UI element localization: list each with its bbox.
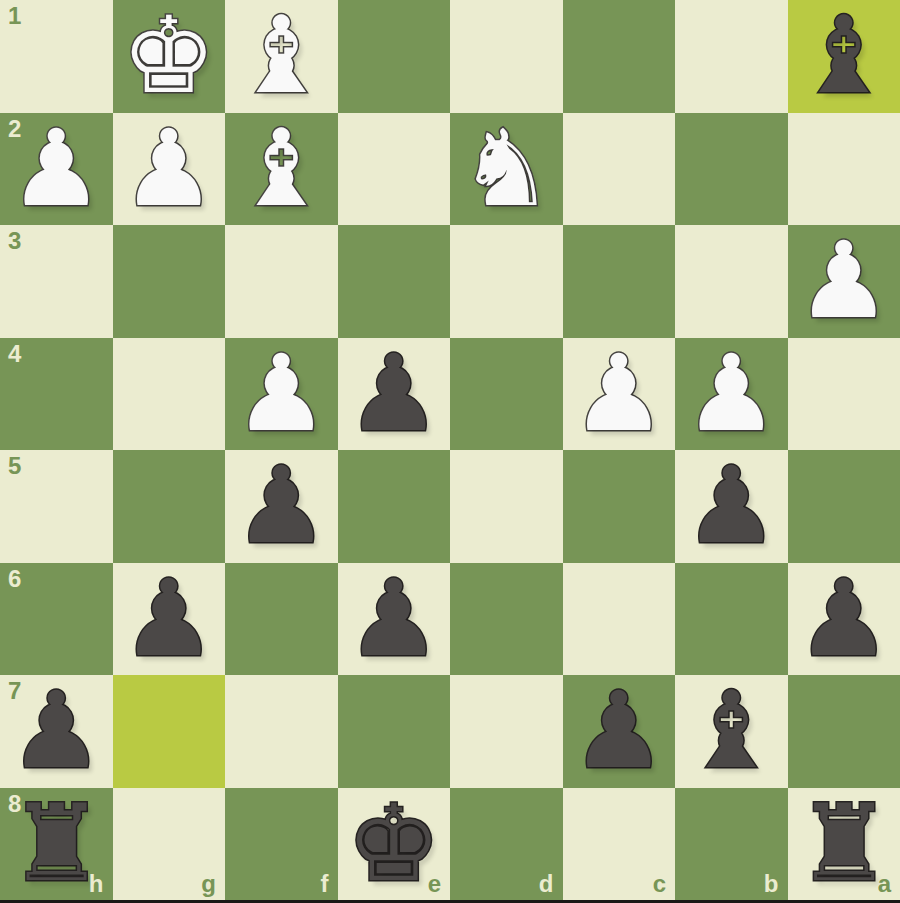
square-g5[interactable] — [113, 450, 226, 563]
square-b8[interactable]: b — [675, 788, 788, 901]
square-a7[interactable] — [788, 675, 900, 788]
square-e5[interactable] — [338, 450, 451, 563]
square-g8[interactable]: g — [113, 788, 226, 901]
white-pawn[interactable]: ♟ — [684, 341, 779, 447]
square-g3[interactable] — [113, 225, 226, 338]
square-h1[interactable]: 1 — [0, 0, 113, 113]
square-c8[interactable]: c — [563, 788, 676, 901]
square-a4[interactable] — [788, 338, 900, 451]
black-bishop[interactable]: ♝ — [684, 678, 779, 784]
square-g4[interactable] — [113, 338, 226, 451]
square-b4[interactable]: ♟ — [675, 338, 788, 451]
square-a1[interactable]: ♝ — [788, 0, 900, 113]
square-e6[interactable]: ♟ — [338, 563, 451, 676]
square-f3[interactable] — [225, 225, 338, 338]
white-bishop[interactable]: ♝ — [234, 3, 329, 109]
white-pawn[interactable]: ♟ — [121, 116, 216, 222]
square-h5[interactable]: 5 — [0, 450, 113, 563]
square-e2[interactable] — [338, 113, 451, 226]
square-d8[interactable]: d — [450, 788, 563, 901]
file-label-e: e — [428, 872, 441, 896]
rank-label-7: 7 — [8, 679, 21, 703]
square-d6[interactable] — [450, 563, 563, 676]
square-a5[interactable] — [788, 450, 900, 563]
white-pawn[interactable]: ♟ — [234, 341, 329, 447]
rank-label-4: 4 — [8, 342, 21, 366]
square-d7[interactable] — [450, 675, 563, 788]
white-king[interactable]: ♚ — [121, 3, 216, 109]
black-pawn[interactable]: ♟ — [571, 678, 666, 784]
square-d5[interactable] — [450, 450, 563, 563]
file-label-b: b — [764, 872, 779, 896]
square-f4[interactable]: ♟ — [225, 338, 338, 451]
file-label-h: h — [89, 872, 104, 896]
square-g7[interactable] — [113, 675, 226, 788]
black-pawn[interactable]: ♟ — [684, 453, 779, 559]
square-b5[interactable]: ♟ — [675, 450, 788, 563]
rank-label-2: 2 — [8, 117, 21, 141]
square-d2[interactable]: ♞ — [450, 113, 563, 226]
black-pawn[interactable]: ♟ — [346, 566, 441, 672]
square-f7[interactable] — [225, 675, 338, 788]
square-c6[interactable] — [563, 563, 676, 676]
square-h4[interactable]: 4 — [0, 338, 113, 451]
square-b1[interactable] — [675, 0, 788, 113]
chess-board: 1♚♝♝2♟♟♝♞3♟4♟♟♟♟5♟♟6♟♟♟7♟♟♝8h♜gfe♚dcba♜ — [0, 0, 900, 900]
square-c3[interactable] — [563, 225, 676, 338]
square-d3[interactable] — [450, 225, 563, 338]
square-d1[interactable] — [450, 0, 563, 113]
square-c4[interactable]: ♟ — [563, 338, 676, 451]
file-label-d: d — [539, 872, 554, 896]
square-b3[interactable] — [675, 225, 788, 338]
file-label-f: f — [321, 872, 329, 896]
square-f1[interactable]: ♝ — [225, 0, 338, 113]
square-e7[interactable] — [338, 675, 451, 788]
square-h8[interactable]: 8h♜ — [0, 788, 113, 901]
square-a2[interactable] — [788, 113, 900, 226]
rank-label-1: 1 — [8, 4, 21, 28]
white-pawn[interactable]: ♟ — [9, 116, 104, 222]
white-knight[interactable]: ♞ — [459, 116, 554, 222]
rank-label-6: 6 — [8, 567, 21, 591]
black-pawn[interactable]: ♟ — [346, 341, 441, 447]
square-h2[interactable]: 2♟ — [0, 113, 113, 226]
square-c2[interactable] — [563, 113, 676, 226]
black-pawn[interactable]: ♟ — [121, 566, 216, 672]
file-label-a: a — [878, 872, 891, 896]
white-bishop[interactable]: ♝ — [234, 116, 329, 222]
black-bishop[interactable]: ♝ — [796, 3, 891, 109]
square-h6[interactable]: 6 — [0, 563, 113, 676]
square-f5[interactable]: ♟ — [225, 450, 338, 563]
square-g6[interactable]: ♟ — [113, 563, 226, 676]
square-f6[interactable] — [225, 563, 338, 676]
square-b6[interactable] — [675, 563, 788, 676]
square-c5[interactable] — [563, 450, 676, 563]
square-a3[interactable]: ♟ — [788, 225, 900, 338]
rank-label-8: 8 — [8, 792, 21, 816]
black-pawn[interactable]: ♟ — [9, 678, 104, 784]
black-pawn[interactable]: ♟ — [796, 566, 891, 672]
square-f2[interactable]: ♝ — [225, 113, 338, 226]
square-g2[interactable]: ♟ — [113, 113, 226, 226]
square-e4[interactable]: ♟ — [338, 338, 451, 451]
file-label-c: c — [653, 872, 666, 896]
square-e8[interactable]: e♚ — [338, 788, 451, 901]
square-c7[interactable]: ♟ — [563, 675, 676, 788]
file-label-g: g — [201, 872, 216, 896]
square-d4[interactable] — [450, 338, 563, 451]
square-b7[interactable]: ♝ — [675, 675, 788, 788]
square-e1[interactable] — [338, 0, 451, 113]
white-pawn[interactable]: ♟ — [571, 341, 666, 447]
square-g1[interactable]: ♚ — [113, 0, 226, 113]
square-h3[interactable]: 3 — [0, 225, 113, 338]
square-f8[interactable]: f — [225, 788, 338, 901]
square-b2[interactable] — [675, 113, 788, 226]
square-h7[interactable]: 7♟ — [0, 675, 113, 788]
rank-label-5: 5 — [8, 454, 21, 478]
square-e3[interactable] — [338, 225, 451, 338]
square-a8[interactable]: a♜ — [788, 788, 900, 901]
rank-label-3: 3 — [8, 229, 21, 253]
black-pawn[interactable]: ♟ — [234, 453, 329, 559]
white-pawn[interactable]: ♟ — [796, 228, 891, 334]
square-a6[interactable]: ♟ — [788, 563, 900, 676]
square-c1[interactable] — [563, 0, 676, 113]
